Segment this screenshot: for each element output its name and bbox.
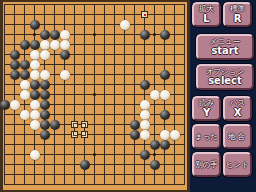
white-stone [150,90,160,100]
zoom-button-key: L [203,14,209,24]
hint-button-label: ヒント [226,161,249,169]
zoom-button[interactable]: 拡大 L [192,2,221,27]
white-stone [30,50,40,60]
black-stone [150,160,160,170]
star-point [153,33,156,36]
white-stone [60,70,70,80]
game-screen: 拡大 L 標準 R メニュー start オプション select 読 [0,0,256,192]
star-point [93,93,96,96]
cursor-corner-marker [71,121,78,128]
read-ahead-key: Y [203,108,210,118]
white-stone [50,40,60,50]
black-stone [40,80,50,90]
black-stone [40,90,50,100]
white-stone [30,110,40,120]
star-point [153,153,156,156]
black-stone [10,50,20,60]
black-stone [40,120,50,130]
black-stone [60,50,70,60]
black-stone [0,100,10,110]
pass-button-label: パス [230,99,245,107]
star-point [33,33,36,36]
white-stone [60,30,70,40]
white-stone [20,90,30,100]
black-stone [130,130,140,140]
black-stone [30,40,40,50]
pass-button-key: X [234,108,242,118]
pass-button[interactable]: パス X [223,96,252,121]
cursor-corner-marker [81,131,88,138]
black-stone [40,110,50,120]
undo-button-label: まった [195,133,218,141]
cursor-corner-marker [71,131,78,138]
white-stone [140,100,150,110]
black-stone [20,60,30,70]
black-stone [80,160,90,170]
alternative-move-button[interactable]: 別の手 [192,152,221,177]
read-ahead-button[interactable]: 読み Y [192,96,221,121]
black-stone [30,90,40,100]
white-stone [160,130,170,140]
undo-button[interactable]: まった [192,124,221,149]
menu-button-key: start [211,46,238,56]
black-stone [150,140,160,150]
option-button[interactable]: オプション select [196,64,254,90]
black-stone [10,70,20,80]
white-stone [20,80,30,90]
white-stone [140,110,150,120]
territory-count-button[interactable]: 地合 [223,124,252,149]
black-stone [30,80,40,90]
standard-view-button[interactable]: 標準 R [223,2,252,27]
cursor-corner-marker [81,121,88,128]
white-stone [170,130,180,140]
black-stone [40,30,50,40]
black-stone [160,140,170,150]
go-board[interactable] [0,0,190,192]
white-stone [20,110,30,120]
option-button-key: select [208,76,242,86]
white-stone [40,70,50,80]
white-stone [160,90,170,100]
hint-button[interactable]: ヒント [223,152,252,177]
black-stone [130,120,140,130]
white-stone [30,100,40,110]
zoom-button-label: 拡大 [199,5,214,13]
white-stone [30,60,40,70]
black-stone [20,40,30,50]
white-stone [40,40,50,50]
white-stone [30,120,40,130]
white-stone [140,120,150,130]
standard-view-key: R [234,14,242,24]
star-point [93,153,96,156]
read-ahead-label: 読み [199,99,214,107]
black-stone [160,70,170,80]
black-stone [40,100,50,110]
white-stone [120,20,130,30]
white-stone [40,50,50,60]
black-stone [50,30,60,40]
black-stone [20,70,30,80]
white-stone [30,150,40,160]
black-stone [160,30,170,40]
black-stone [50,120,60,130]
white-stone [60,40,70,50]
white-stone [10,100,20,110]
black-stone [140,150,150,160]
black-stone [10,60,20,70]
alternative-move-label: 別の手 [195,161,218,169]
black-stone [160,110,170,120]
menu-button[interactable]: メニュー start [196,34,254,60]
standard-view-label: 標準 [230,5,245,13]
menu-button-label: メニュー [210,38,241,46]
star-point [93,33,96,36]
last-move-marker [141,11,148,18]
black-stone [30,20,40,30]
menu-panel: 拡大 L 標準 R メニュー start オプション select 読 [190,0,256,192]
territory-count-label: 地合 [228,133,247,141]
white-stone [140,130,150,140]
board-grid [4,4,185,185]
black-stone [40,130,50,140]
option-button-label: オプション [206,68,244,76]
white-stone [30,70,40,80]
black-stone [140,30,150,40]
black-stone [140,80,150,90]
